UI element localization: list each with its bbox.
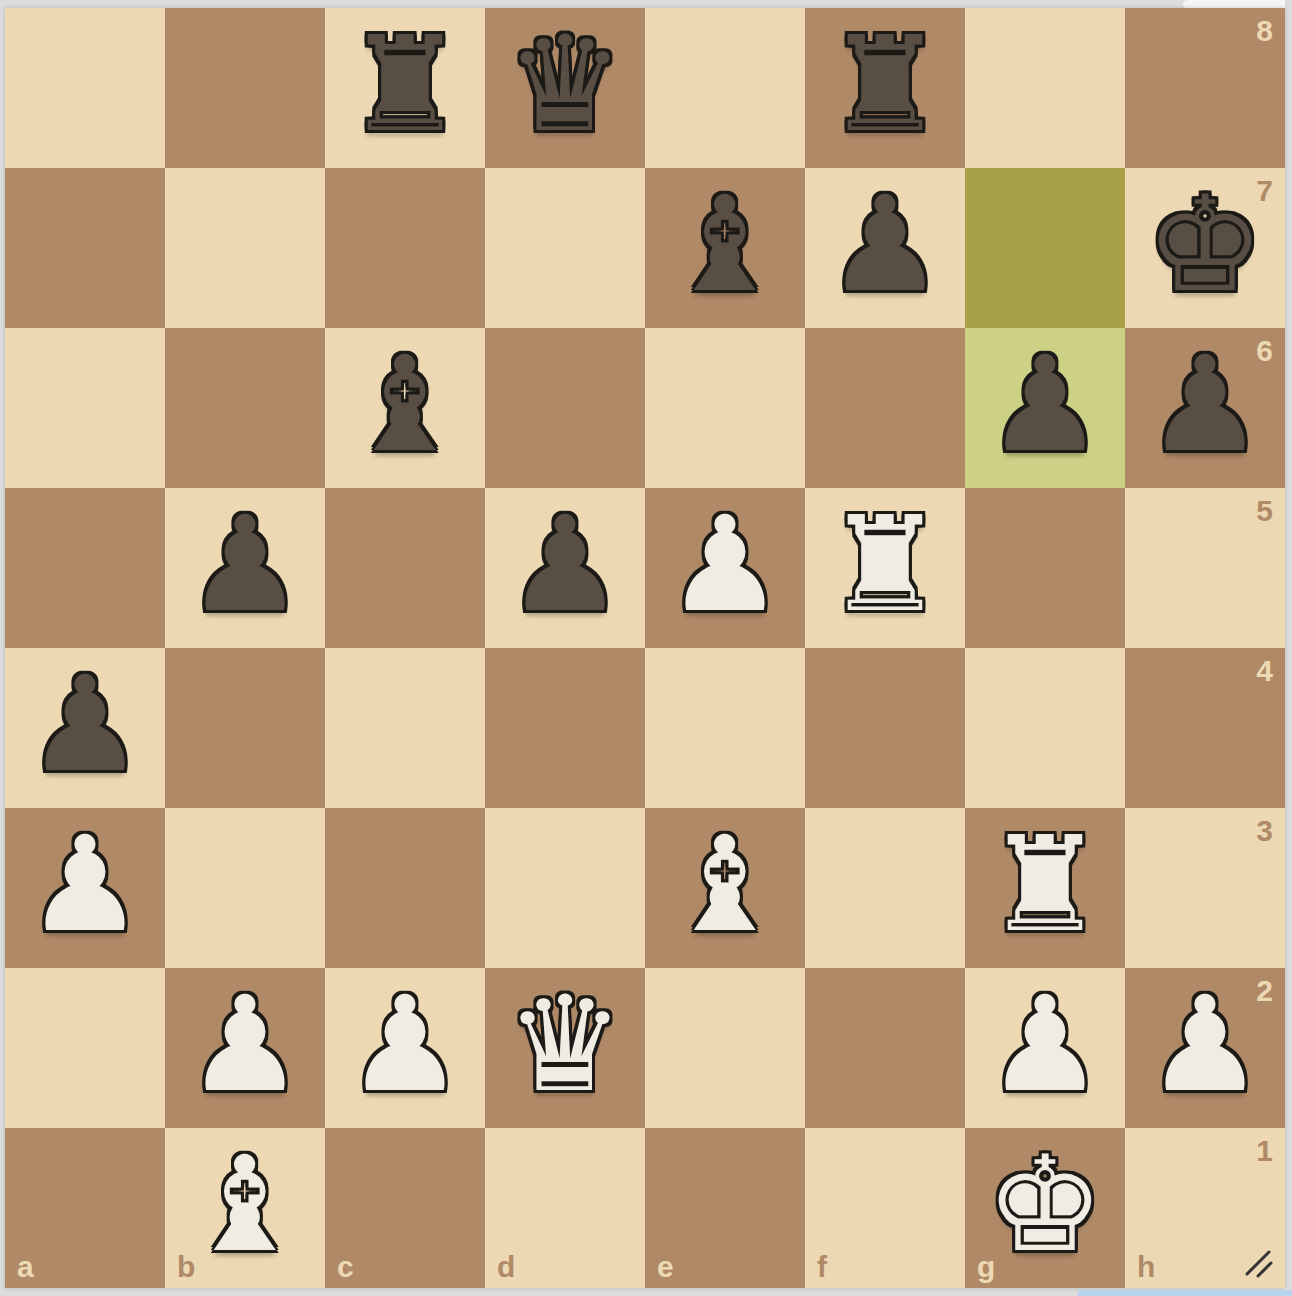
square-f7[interactable]: ♟ [805, 168, 965, 328]
square-e6[interactable] [645, 328, 805, 488]
file-label-a: a [17, 1252, 34, 1282]
square-f5[interactable]: ♜ [805, 488, 965, 648]
white-bishop[interactable]: ♝ [645, 804, 805, 964]
square-b5[interactable]: ♟ [165, 488, 325, 648]
white-rook[interactable]: ♜ [965, 804, 1125, 964]
square-a2[interactable] [5, 968, 165, 1128]
square-f3[interactable] [805, 808, 965, 968]
square-d6[interactable] [485, 328, 645, 488]
square-a1[interactable]: a [5, 1128, 165, 1288]
white-pawn[interactable]: ♟ [965, 964, 1125, 1124]
rank-label-5: 5 [1256, 496, 1273, 526]
square-g1[interactable]: ♚g [965, 1128, 1125, 1288]
white-queen[interactable]: ♛ [485, 964, 645, 1124]
square-c4[interactable] [325, 648, 485, 808]
black-rook[interactable]: ♜ [805, 4, 965, 164]
square-e1[interactable]: e [645, 1128, 805, 1288]
square-c1[interactable]: c [325, 1128, 485, 1288]
square-e5[interactable]: ♟ [645, 488, 805, 648]
square-a3[interactable]: ♟ [5, 808, 165, 968]
square-f2[interactable] [805, 968, 965, 1128]
file-label-c: c [337, 1252, 354, 1282]
square-f6[interactable] [805, 328, 965, 488]
square-f4[interactable] [805, 648, 965, 808]
rank-label-4: 4 [1256, 656, 1273, 686]
chess-board: ♜♛♜8♝♟♚7♝♟♟6♟♟♟♜5♟4♟♝♜3♟♟♛♟♟2a♝bcdef♚g1h [5, 8, 1285, 1288]
white-pawn[interactable]: ♟ [325, 964, 485, 1124]
square-f1[interactable]: f [805, 1128, 965, 1288]
square-g3[interactable]: ♜ [965, 808, 1125, 968]
square-e7[interactable]: ♝ [645, 168, 805, 328]
white-bishop[interactable]: ♝ [165, 1124, 325, 1284]
square-a4[interactable]: ♟ [5, 648, 165, 808]
black-pawn[interactable]: ♟ [485, 484, 645, 644]
rank-label-1: 1 [1256, 1136, 1273, 1166]
square-b4[interactable] [165, 648, 325, 808]
black-pawn[interactable]: ♟ [5, 644, 165, 804]
square-d2[interactable]: ♛ [485, 968, 645, 1128]
square-g5[interactable] [965, 488, 1125, 648]
square-g8[interactable] [965, 8, 1125, 168]
square-a5[interactable] [5, 488, 165, 648]
square-b8[interactable] [165, 8, 325, 168]
black-bishop[interactable]: ♝ [325, 324, 485, 484]
square-b3[interactable] [165, 808, 325, 968]
square-b1[interactable]: ♝b [165, 1128, 325, 1288]
square-h8[interactable]: 8 [1125, 8, 1285, 168]
white-pawn[interactable]: ♟ [1125, 964, 1285, 1124]
square-c2[interactable]: ♟ [325, 968, 485, 1128]
square-d4[interactable] [485, 648, 645, 808]
square-g2[interactable]: ♟ [965, 968, 1125, 1128]
square-c8[interactable]: ♜ [325, 8, 485, 168]
page-background: ♜♛♜8♝♟♚7♝♟♟6♟♟♟♜5♟4♟♝♜3♟♟♛♟♟2a♝bcdef♚g1h [0, 0, 1292, 1296]
square-h1[interactable]: 1h [1125, 1128, 1285, 1288]
black-queen[interactable]: ♛ [485, 4, 645, 164]
white-pawn[interactable]: ♟ [5, 804, 165, 964]
square-d3[interactable] [485, 808, 645, 968]
square-b2[interactable]: ♟ [165, 968, 325, 1128]
square-e2[interactable] [645, 968, 805, 1128]
black-pawn[interactable]: ♟ [965, 324, 1125, 484]
square-h6[interactable]: ♟6 [1125, 328, 1285, 488]
black-bishop[interactable]: ♝ [645, 164, 805, 324]
square-f8[interactable]: ♜ [805, 8, 965, 168]
file-label-h: h [1137, 1252, 1155, 1282]
black-king[interactable]: ♚ [1125, 164, 1285, 324]
square-a8[interactable] [5, 8, 165, 168]
square-h4[interactable]: 4 [1125, 648, 1285, 808]
square-a6[interactable] [5, 328, 165, 488]
square-h3[interactable]: 3 [1125, 808, 1285, 968]
square-e4[interactable] [645, 648, 805, 808]
square-a7[interactable] [5, 168, 165, 328]
square-h2[interactable]: ♟2 [1125, 968, 1285, 1128]
square-g7[interactable] [965, 168, 1125, 328]
square-g4[interactable] [965, 648, 1125, 808]
square-c3[interactable] [325, 808, 485, 968]
black-pawn[interactable]: ♟ [1125, 324, 1285, 484]
square-g6[interactable]: ♟ [965, 328, 1125, 488]
rank-label-8: 8 [1256, 16, 1273, 46]
black-pawn[interactable]: ♟ [165, 484, 325, 644]
file-label-d: d [497, 1252, 515, 1282]
white-king[interactable]: ♚ [965, 1124, 1125, 1284]
square-d1[interactable]: d [485, 1128, 645, 1288]
white-pawn[interactable]: ♟ [645, 484, 805, 644]
square-h7[interactable]: ♚7 [1125, 168, 1285, 328]
square-d7[interactable] [485, 168, 645, 328]
square-c6[interactable]: ♝ [325, 328, 485, 488]
square-b6[interactable] [165, 328, 325, 488]
file-label-f: f [817, 1252, 827, 1282]
rank-label-3: 3 [1256, 816, 1273, 846]
square-e8[interactable] [645, 8, 805, 168]
white-rook[interactable]: ♜ [805, 484, 965, 644]
white-pawn[interactable]: ♟ [165, 964, 325, 1124]
square-e3[interactable]: ♝ [645, 808, 805, 968]
square-c5[interactable] [325, 488, 485, 648]
black-rook[interactable]: ♜ [325, 4, 485, 164]
file-label-e: e [657, 1252, 674, 1282]
square-h5[interactable]: 5 [1125, 488, 1285, 648]
selection-strip [1078, 1290, 1292, 1296]
square-c7[interactable] [325, 168, 485, 328]
square-d5[interactable]: ♟ [485, 488, 645, 648]
square-d8[interactable]: ♛ [485, 8, 645, 168]
square-b7[interactable] [165, 168, 325, 328]
board-resize-handle-icon[interactable] [1241, 1246, 1275, 1280]
black-pawn[interactable]: ♟ [805, 164, 965, 324]
